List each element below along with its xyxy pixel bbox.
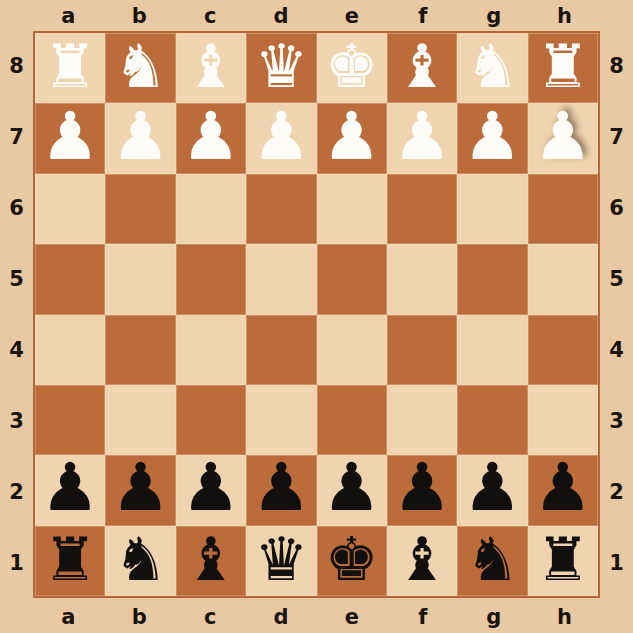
file-labels-bottom: abcdefgh: [33, 601, 600, 633]
square-a1[interactable]: ♜: [35, 526, 105, 596]
square-e2[interactable]: ♟: [317, 455, 387, 525]
piece-black-knight[interactable]: ♞: [114, 529, 168, 589]
square-f3[interactable]: [387, 385, 457, 455]
rank-label-4: 4: [600, 315, 633, 386]
square-f1[interactable]: ♝: [387, 526, 457, 596]
piece-black-rook[interactable]: ♜: [536, 529, 590, 589]
piece-black-pawn[interactable]: ♟: [463, 455, 522, 521]
square-h5[interactable]: [528, 244, 598, 314]
piece-white-knight[interactable]: ♞: [466, 36, 520, 96]
square-c4[interactable]: [176, 315, 246, 385]
file-label-a: a: [33, 601, 104, 633]
square-a3[interactable]: [35, 385, 105, 455]
rank-label-3: 3: [0, 385, 33, 456]
rank-label-8: 8: [600, 31, 633, 102]
piece-white-pawn[interactable]: ♟: [322, 104, 381, 170]
square-g7[interactable]: ♟: [457, 103, 527, 173]
square-c6[interactable]: [176, 174, 246, 244]
square-b4[interactable]: [105, 315, 175, 385]
rank-label-8: 8: [0, 31, 33, 102]
square-d6[interactable]: [246, 174, 316, 244]
square-g5[interactable]: [457, 244, 527, 314]
piece-white-king[interactable]: ♚: [325, 36, 379, 96]
square-h6[interactable]: [528, 174, 598, 244]
square-g2[interactable]: ♟: [457, 455, 527, 525]
piece-black-king[interactable]: ♚: [325, 529, 379, 589]
square-f2[interactable]: ♟: [387, 455, 457, 525]
square-h1[interactable]: ♜: [528, 526, 598, 596]
square-h8[interactable]: ♜: [528, 33, 598, 103]
file-label-g: g: [458, 601, 529, 633]
square-a6[interactable]: [35, 174, 105, 244]
file-label-e: e: [317, 0, 388, 31]
square-g8[interactable]: ♞: [457, 33, 527, 103]
square-g1[interactable]: ♞: [457, 526, 527, 596]
square-c1[interactable]: ♝: [176, 526, 246, 596]
piece-black-pawn[interactable]: ♟: [181, 455, 240, 521]
piece-black-pawn[interactable]: ♟: [111, 455, 170, 521]
piece-white-rook[interactable]: ♜: [43, 36, 97, 96]
piece-white-rook[interactable]: ♜: [536, 36, 590, 96]
piece-black-pawn[interactable]: ♟: [252, 455, 311, 521]
file-label-e: e: [317, 601, 388, 633]
file-label-f: f: [387, 0, 458, 31]
square-h2[interactable]: ♟: [528, 455, 598, 525]
square-b5[interactable]: [105, 244, 175, 314]
file-label-h: h: [529, 0, 600, 31]
rank-label-7: 7: [600, 102, 633, 173]
piece-black-pawn[interactable]: ♟: [533, 455, 592, 521]
square-d3[interactable]: [246, 385, 316, 455]
square-b8[interactable]: ♞: [105, 33, 175, 103]
square-d8[interactable]: ♛: [246, 33, 316, 103]
square-b3[interactable]: [105, 385, 175, 455]
square-d4[interactable]: [246, 315, 316, 385]
piece-black-pawn[interactable]: ♟: [322, 455, 381, 521]
square-b1[interactable]: ♞: [105, 526, 175, 596]
piece-white-knight[interactable]: ♞: [114, 36, 168, 96]
square-e7[interactable]: ♟: [317, 103, 387, 173]
square-e5[interactable]: [317, 244, 387, 314]
square-f5[interactable]: [387, 244, 457, 314]
piece-white-pawn[interactable]: ♟: [41, 104, 100, 170]
square-g3[interactable]: [457, 385, 527, 455]
rank-label-4: 4: [0, 315, 33, 386]
piece-white-pawn[interactable]: ♟: [392, 104, 451, 170]
rank-label-6: 6: [0, 173, 33, 244]
rank-label-5: 5: [0, 244, 33, 315]
square-d2[interactable]: ♟: [246, 455, 316, 525]
square-d1[interactable]: ♛: [246, 526, 316, 596]
rank-label-3: 3: [600, 385, 633, 456]
piece-black-knight[interactable]: ♞: [466, 529, 520, 589]
piece-white-pawn[interactable]: ♟: [181, 104, 240, 170]
file-label-b: b: [104, 0, 175, 31]
square-g6[interactable]: [457, 174, 527, 244]
piece-black-pawn[interactable]: ♟: [392, 455, 451, 521]
piece-black-bishop[interactable]: ♝: [184, 529, 238, 589]
rank-labels-right: 87654321: [600, 31, 633, 598]
file-label-d: d: [246, 601, 317, 633]
file-label-g: g: [458, 0, 529, 31]
piece-black-bishop[interactable]: ♝: [395, 529, 449, 589]
piece-black-queen[interactable]: ♛: [254, 529, 308, 589]
file-label-c: c: [175, 601, 246, 633]
rank-label-1: 1: [600, 527, 633, 598]
square-c2[interactable]: ♟: [176, 455, 246, 525]
piece-black-pawn[interactable]: ♟: [41, 455, 100, 521]
rank-label-7: 7: [0, 102, 33, 173]
square-f4[interactable]: [387, 315, 457, 385]
square-c8[interactable]: ♝: [176, 33, 246, 103]
piece-white-bishop[interactable]: ♝: [395, 36, 449, 96]
chess-board: ♜♞♝♛♚♝♞♜♟♟♟♟♟♟♟♟♟♟♟♟♟♟♟♟♜♞♝♛♚♝♞♜: [33, 31, 600, 598]
square-f7[interactable]: ♟: [387, 103, 457, 173]
square-e4[interactable]: [317, 315, 387, 385]
square-c3[interactable]: [176, 385, 246, 455]
square-f6[interactable]: [387, 174, 457, 244]
rank-label-5: 5: [600, 244, 633, 315]
square-b6[interactable]: [105, 174, 175, 244]
rank-labels-left: 87654321: [0, 31, 33, 598]
rank-label-2: 2: [600, 456, 633, 527]
file-label-c: c: [175, 0, 246, 31]
rank-label-1: 1: [0, 527, 33, 598]
piece-white-pawn[interactable]: ♟: [252, 104, 311, 170]
square-e6[interactable]: [317, 174, 387, 244]
piece-white-pawn[interactable]: ♟: [533, 104, 592, 170]
square-c5[interactable]: [176, 244, 246, 314]
square-b7[interactable]: ♟: [105, 103, 175, 173]
square-a2[interactable]: ♟: [35, 455, 105, 525]
piece-white-pawn[interactable]: ♟: [463, 104, 522, 170]
square-a7[interactable]: ♟: [35, 103, 105, 173]
file-label-f: f: [387, 601, 458, 633]
square-h7[interactable]: ♟: [528, 103, 598, 173]
square-d7[interactable]: ♟: [246, 103, 316, 173]
piece-black-rook[interactable]: ♜: [43, 529, 97, 589]
file-labels-top: abcdefgh: [33, 0, 600, 31]
square-h4[interactable]: [528, 315, 598, 385]
square-e3[interactable]: [317, 385, 387, 455]
square-c7[interactable]: ♟: [176, 103, 246, 173]
file-label-d: d: [246, 0, 317, 31]
square-d5[interactable]: [246, 244, 316, 314]
square-e1[interactable]: ♚: [317, 526, 387, 596]
square-g4[interactable]: [457, 315, 527, 385]
square-e8[interactable]: ♚: [317, 33, 387, 103]
square-a4[interactable]: [35, 315, 105, 385]
square-a5[interactable]: [35, 244, 105, 314]
square-h3[interactable]: [528, 385, 598, 455]
file-label-a: a: [33, 0, 104, 31]
square-f8[interactable]: ♝: [387, 33, 457, 103]
piece-white-bishop[interactable]: ♝: [184, 36, 238, 96]
square-b2[interactable]: ♟: [105, 455, 175, 525]
piece-white-pawn[interactable]: ♟: [111, 104, 170, 170]
chess-app-window: abcdefgh 87654321 87654321 abcdefgh ♜♞♝♛…: [0, 0, 633, 633]
rank-label-6: 6: [600, 173, 633, 244]
file-label-b: b: [104, 601, 175, 633]
piece-white-queen[interactable]: ♛: [254, 36, 308, 96]
file-label-h: h: [529, 601, 600, 633]
rank-label-2: 2: [0, 456, 33, 527]
square-a8[interactable]: ♜: [35, 33, 105, 103]
